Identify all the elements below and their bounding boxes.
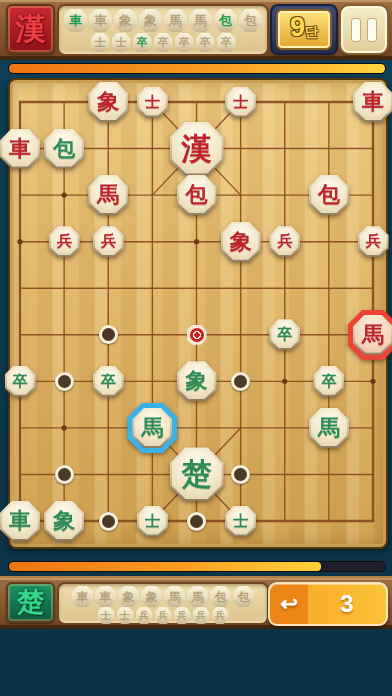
tray-piece-glyph: 包	[238, 591, 250, 603]
piece-face: 楚	[172, 449, 222, 499]
janggi-app: 漢 車車象象馬馬包包 士士卒卒卒卒卒 9단 象 士 士 車	[0, 0, 392, 696]
piece-glyph: 卒	[101, 374, 116, 389]
tray-piece-glyph: 包	[244, 14, 257, 27]
move-hint-dot[interactable]	[187, 512, 206, 531]
uncaptured-piece-slot: 馬	[187, 586, 208, 607]
piece-face: 士	[139, 89, 166, 116]
piece-face: 象	[179, 363, 215, 399]
move-hint-dot[interactable]	[231, 465, 250, 484]
piece-face: 卒	[315, 368, 342, 395]
ai-rank-value: 9	[290, 11, 305, 44]
uncaptured-piece-slot: 士	[117, 607, 134, 624]
uncaptured-piece-slot: 馬	[164, 586, 185, 607]
pause-icon	[351, 18, 361, 42]
uncaptured-piece-slot: 兵	[193, 607, 210, 624]
piece-han-馬[interactable]: 馬	[353, 315, 392, 355]
piece-face: 士	[139, 508, 166, 535]
tray-piece-glyph: 馬	[192, 591, 204, 603]
move-hint-dot[interactable]	[55, 465, 74, 484]
cho-captured-tray: 車車象象馬馬包包 士士兵兵兵兵兵	[57, 582, 269, 625]
piece-glyph: 兵	[277, 234, 292, 249]
tray-piece-glyph: 包	[215, 591, 227, 603]
han-tray-row-1: 車車象象馬馬包包	[59, 9, 267, 32]
piece-cho-卒[interactable]: 卒	[269, 319, 300, 350]
han-tray-row-2: 士士卒卒卒卒卒	[59, 33, 267, 52]
han-player-panel: 漢	[6, 4, 55, 54]
uncaptured-piece-slot: 包	[233, 586, 254, 607]
piece-face: 卒	[271, 321, 298, 348]
piece-face: 馬	[355, 317, 391, 353]
uncaptured-piece-slot: 兵	[212, 607, 229, 624]
piece-glyph: 士	[145, 514, 160, 529]
piece-glyph: 象	[230, 231, 252, 253]
tray-piece-glyph: 卒	[158, 37, 169, 48]
uncaptured-piece-slot: 車	[89, 9, 112, 32]
piece-han-包[interactable]: 包	[309, 175, 349, 215]
piece-cho-車[interactable]: 車	[0, 501, 40, 541]
ai-rank-suffix: 단	[305, 23, 318, 41]
piece-glyph: 漢	[182, 134, 212, 164]
piece-han-馬[interactable]: 馬	[88, 175, 128, 215]
uncaptured-piece-slot: 卒	[154, 33, 173, 52]
piece-glyph: 象	[53, 510, 75, 532]
piece-cho-馬[interactable]: 馬	[132, 408, 172, 448]
janggi-board[interactable]: 象 士 士 車 車 包 漢 馬 包 包 兵 兵 象 兵 兵	[8, 78, 388, 549]
piece-face: 包	[46, 131, 82, 167]
piece-glyph: 包	[186, 184, 208, 206]
captured-piece-slot: 車	[64, 9, 87, 32]
danger-dot-icon	[190, 328, 204, 342]
tray-piece-glyph: 兵	[196, 611, 206, 621]
uncaptured-piece-slot: 兵	[174, 607, 191, 624]
piece-glyph: 車	[362, 91, 384, 113]
cho-timer-fill	[9, 562, 321, 571]
piece-face: 兵	[95, 228, 122, 255]
ai-rank-badge: 9단	[270, 4, 338, 55]
undo-count: 3	[308, 590, 386, 618]
piece-face: 車	[355, 84, 391, 120]
piece-cho-象[interactable]: 象	[44, 501, 84, 541]
piece-han-象[interactable]: 象	[221, 222, 261, 262]
tray-piece-glyph: 象	[123, 591, 135, 603]
piece-cho-士[interactable]: 士	[225, 506, 256, 537]
piece-glyph: 卒	[321, 374, 336, 389]
tray-piece-glyph: 象	[144, 14, 157, 27]
tray-piece-glyph: 兵	[139, 611, 149, 621]
uncaptured-piece-slot: 士	[98, 607, 115, 624]
piece-han-車[interactable]: 車	[353, 82, 392, 122]
ai-rank-badge-inner: 9단	[276, 9, 332, 50]
tray-piece-glyph: 卒	[179, 37, 190, 48]
piece-face: 車	[2, 503, 38, 539]
han-timer-bar	[8, 63, 386, 74]
piece-han-車[interactable]: 車	[0, 129, 40, 169]
tray-piece-glyph: 馬	[194, 14, 207, 27]
piece-han-兵[interactable]: 兵	[269, 226, 300, 257]
uncaptured-piece-slot: 象	[118, 586, 139, 607]
piece-face: 車	[2, 131, 38, 167]
tray-piece-glyph: 卒	[221, 37, 232, 48]
move-hint-dot[interactable]	[99, 512, 118, 531]
piece-han-兵[interactable]: 兵	[93, 226, 124, 257]
uncaptured-piece-slot: 卒	[175, 33, 194, 52]
piece-face: 馬	[90, 177, 126, 213]
piece-han-包[interactable]: 包	[177, 175, 217, 215]
piece-glyph: 象	[186, 370, 208, 392]
piece-glyph: 士	[145, 95, 160, 110]
piece-glyph: 包	[53, 138, 75, 160]
han-captured-tray: 車車象象馬馬包包 士士卒卒卒卒卒	[57, 4, 269, 56]
piece-glyph: 馬	[97, 184, 119, 206]
cho-tray-row-1: 車車象象馬馬包包	[59, 586, 267, 607]
move-hint-dot[interactable]	[55, 372, 74, 391]
piece-face: 象	[90, 84, 126, 120]
piece-glyph: 士	[233, 95, 248, 110]
cho-timer-bar	[8, 561, 386, 572]
piece-face: 卒	[95, 368, 122, 395]
tray-piece-glyph: 馬	[169, 591, 181, 603]
uncaptured-piece-slot: 卒	[196, 33, 215, 52]
piece-cho-卒[interactable]: 卒	[313, 366, 344, 397]
uncaptured-piece-slot: 車	[72, 586, 93, 607]
piece-han-士[interactable]: 士	[137, 87, 168, 118]
piece-glyph: 兵	[101, 234, 116, 249]
piece-face: 兵	[51, 228, 78, 255]
piece-face: 象	[223, 224, 259, 260]
piece-glyph: 包	[318, 184, 340, 206]
piece-cho-卒[interactable]: 卒	[5, 366, 36, 397]
piece-glyph: 楚	[182, 459, 212, 489]
piece-face: 兵	[271, 228, 298, 255]
uncaptured-piece-slot: 士	[91, 33, 110, 52]
piece-face: 士	[227, 508, 254, 535]
piece-han-士[interactable]: 士	[225, 87, 256, 118]
tray-piece-glyph: 卒	[137, 37, 148, 48]
uncaptured-piece-slot: 包	[210, 586, 231, 607]
uncaptured-piece-slot: 車	[95, 586, 116, 607]
piece-han-兵[interactable]: 兵	[49, 226, 80, 257]
piece-glyph: 車	[9, 510, 31, 532]
piece-face: 馬	[134, 410, 170, 446]
han-label: 漢	[16, 14, 46, 44]
uncaptured-piece-slot: 象	[114, 9, 137, 32]
piece-cho-象[interactable]: 象	[177, 361, 217, 401]
piece-glyph: 車	[9, 138, 31, 160]
piece-glyph: 馬	[318, 417, 340, 439]
cho-label: 楚	[17, 589, 44, 616]
piece-glyph: 士	[233, 514, 248, 529]
undo-button[interactable]: ↩ 3	[268, 582, 388, 626]
cho-tray-row-2: 士士兵兵兵兵兵	[59, 607, 267, 624]
piece-glyph: 卒	[277, 327, 292, 342]
uncaptured-piece-slot: 象	[141, 586, 162, 607]
piece-glyph: 兵	[57, 234, 72, 249]
piece-face: 包	[179, 177, 215, 213]
uncaptured-piece-slot: 士	[112, 33, 131, 52]
capture-danger-hint[interactable]	[187, 325, 207, 345]
han-timer-fill	[9, 64, 385, 73]
uncaptured-piece-slot: 卒	[217, 33, 236, 52]
tray-piece-glyph: 象	[119, 14, 132, 27]
piece-han-兵[interactable]: 兵	[358, 226, 389, 257]
tray-piece-glyph: 象	[146, 591, 158, 603]
tray-piece-glyph: 車	[100, 591, 112, 603]
piece-glyph: 兵	[366, 234, 381, 249]
tray-piece-glyph: 兵	[177, 611, 187, 621]
tray-piece-glyph: 包	[219, 14, 232, 27]
tray-piece-glyph: 士	[116, 37, 127, 48]
uncaptured-piece-slot: 象	[139, 9, 162, 32]
piece-face: 馬	[311, 410, 347, 446]
move-hint-dot[interactable]	[99, 325, 118, 344]
piece-glyph: 馬	[362, 324, 384, 346]
captured-piece-slot: 卒	[133, 33, 152, 52]
piece-cho-卒[interactable]: 卒	[93, 366, 124, 397]
piece-face: 卒	[7, 368, 34, 395]
tray-piece-glyph: 士	[120, 611, 130, 621]
tray-piece-glyph: 卒	[200, 37, 211, 48]
piece-face: 兵	[360, 228, 387, 255]
pause-icon	[367, 18, 377, 42]
tray-piece-glyph: 車	[77, 591, 89, 603]
piece-face: 士	[227, 89, 254, 116]
uncaptured-piece-slot: 兵	[136, 607, 153, 624]
piece-glyph: 象	[97, 91, 119, 113]
uncaptured-piece-slot: 包	[239, 9, 262, 32]
move-hint-dot[interactable]	[231, 372, 250, 391]
bottom-bar: 楚 車車象象馬馬包包 士士兵兵兵兵兵 ↩ 3	[0, 576, 392, 629]
cho-player-panel: 楚	[6, 582, 55, 623]
tray-piece-glyph: 車	[69, 14, 82, 27]
piece-han-漢[interactable]: 漢	[170, 122, 224, 176]
uncaptured-piece-slot: 馬	[189, 9, 212, 32]
top-bar: 漢 車車象象馬馬包包 士士卒卒卒卒卒 9단	[0, 0, 392, 60]
tray-piece-glyph: 馬	[169, 14, 182, 27]
uncaptured-piece-slot: 馬	[164, 9, 187, 32]
tray-piece-glyph: 兵	[215, 611, 225, 621]
piece-face: 漢	[172, 124, 222, 174]
uncaptured-piece-slot: 兵	[155, 607, 172, 624]
piece-cho-馬[interactable]: 馬	[309, 408, 349, 448]
captured-piece-slot: 包	[214, 9, 237, 32]
tray-piece-glyph: 兵	[158, 611, 168, 621]
piece-cho-士[interactable]: 士	[137, 506, 168, 537]
piece-glyph: 卒	[13, 374, 28, 389]
piece-face: 象	[46, 503, 82, 539]
piece-glyph: 馬	[141, 417, 163, 439]
piece-han-象[interactable]: 象	[88, 82, 128, 122]
piece-face: 包	[311, 177, 347, 213]
undo-arrow-icon: ↩	[270, 592, 308, 616]
tray-piece-glyph: 士	[101, 611, 111, 621]
tray-piece-glyph: 士	[95, 37, 106, 48]
piece-cho-包[interactable]: 包	[44, 129, 84, 169]
pause-button[interactable]	[339, 4, 389, 55]
tray-piece-glyph: 車	[94, 14, 107, 27]
piece-cho-楚[interactable]: 楚	[170, 447, 224, 501]
